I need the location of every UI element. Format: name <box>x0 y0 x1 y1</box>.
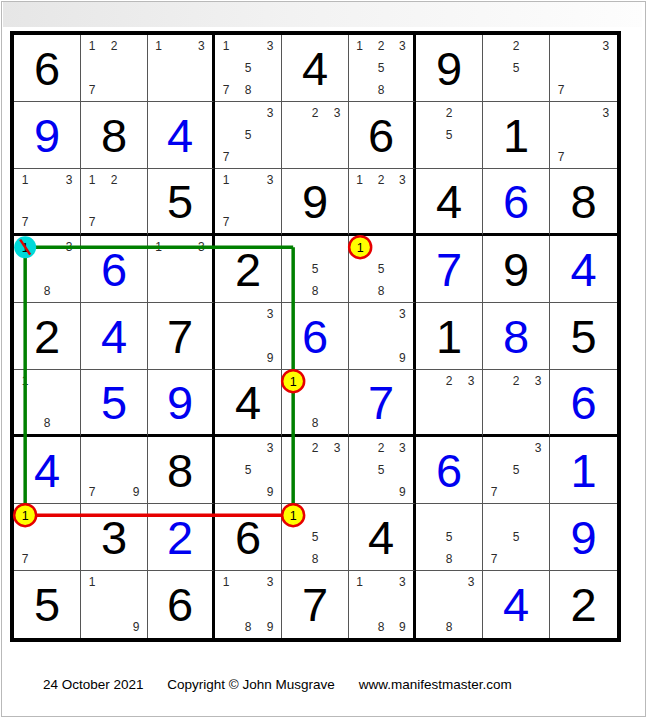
solved-digit: 1 <box>550 437 617 503</box>
solved-digit: 8 <box>483 303 549 369</box>
cell-r5c7: 1 <box>416 303 483 370</box>
cell-r6c6: 7 <box>349 370 416 437</box>
pencil-mark-3: 3 <box>58 236 80 258</box>
pencil-mark-9: 9 <box>392 347 413 369</box>
cell-r3c5: 9 <box>282 169 349 236</box>
pencil-mark-3: 3 <box>460 370 482 391</box>
pencil-mark-7: 7 <box>483 548 505 570</box>
pencil-mark-9: 9 <box>125 481 147 503</box>
page: 6127131357841235892537984357236251371371… <box>0 0 650 720</box>
cell-r4c4: 2 <box>215 236 282 303</box>
cell-r2c5: 23 <box>282 102 349 169</box>
cell-r4c9: 4 <box>550 236 617 303</box>
pencil-mark-5: 5 <box>237 57 259 79</box>
pencil-mark-9: 9 <box>259 481 281 503</box>
cell-r5c2: 4 <box>81 303 148 370</box>
cell-r8c9: 9 <box>550 504 617 571</box>
cell-r6c4: 4 <box>215 370 282 437</box>
solved-digit: 6 <box>483 169 549 233</box>
cell-r9c3: 6 <box>148 571 215 638</box>
pencil-mark-3: 3 <box>191 236 212 258</box>
given-digit: 2 <box>14 303 80 369</box>
pencil-mark-3: 3 <box>527 437 549 459</box>
cell-r6c3: 9 <box>148 370 215 437</box>
pencil-mark-5: 5 <box>438 124 460 146</box>
given-digit: 9 <box>282 169 348 233</box>
cell-r9c1: 5 <box>14 571 81 638</box>
given-digit: 5 <box>14 571 80 638</box>
cell-r2c9: 37 <box>550 102 617 169</box>
cell-r4c1: 138 <box>14 236 81 303</box>
cell-r2c6: 6 <box>349 102 416 169</box>
pencil-mark-1: 1 <box>215 571 237 593</box>
pencil-mark-3: 3 <box>527 370 549 391</box>
cell-r7c8: 357 <box>483 437 550 504</box>
cell-r9c5: 7 <box>282 571 349 638</box>
cell-r1c4: 13578 <box>215 35 282 102</box>
pencil-mark-8: 8 <box>237 616 259 638</box>
given-digit: 4 <box>416 169 482 233</box>
pencil-mark-3: 3 <box>392 303 413 325</box>
pencil-mark-8: 8 <box>438 616 460 638</box>
pencil-mark-1: 1 <box>81 169 103 190</box>
pencil-mark-5: 5 <box>370 57 391 79</box>
pencil-mark-7: 7 <box>550 146 572 168</box>
cell-r7c7: 6 <box>416 437 483 504</box>
pencil-mark-2: 2 <box>505 35 527 57</box>
cell-r2c3: 4 <box>148 102 215 169</box>
cell-r6c1: 18 <box>14 370 81 437</box>
pencil-mark-3: 3 <box>259 303 281 325</box>
given-digit: 5 <box>550 303 617 369</box>
solved-digit: 9 <box>14 102 80 168</box>
given-digit: 7 <box>282 571 348 638</box>
pencil-mark-7: 7 <box>483 481 505 503</box>
given-digit: 1 <box>416 303 482 369</box>
solved-digit: 5 <box>81 370 147 434</box>
pencil-mark-7: 7 <box>215 79 237 101</box>
cell-r4c8: 9 <box>483 236 550 303</box>
solved-digit: 6 <box>81 236 147 302</box>
header-bar <box>3 2 642 27</box>
cell-r1c1: 6 <box>14 35 81 102</box>
cell-r3c1: 137 <box>14 169 81 236</box>
pencil-mark-1: 1 <box>14 370 36 391</box>
cell-r8c4: 6 <box>215 504 282 571</box>
given-digit: 8 <box>148 437 212 503</box>
pencil-mark-9: 9 <box>392 616 413 638</box>
given-digit: 7 <box>148 303 212 369</box>
cell-r1c6: 12358 <box>349 35 416 102</box>
solved-digit: 4 <box>483 571 549 638</box>
pencil-mark-3: 3 <box>191 35 212 57</box>
cell-r5c9: 5 <box>550 303 617 370</box>
cell-r7c2: 79 <box>81 437 148 504</box>
pencil-mark-3: 3 <box>259 35 281 57</box>
pencil-mark-9: 9 <box>125 616 147 638</box>
pencil-mark-3: 3 <box>392 437 413 459</box>
cell-r6c5: 18 <box>282 370 349 437</box>
cell-r6c8: 23 <box>483 370 550 437</box>
cell-r2c8: 1 <box>483 102 550 169</box>
pencil-mark-9: 9 <box>259 616 281 638</box>
cell-r9c8: 4 <box>483 571 550 638</box>
pencil-mark-5: 5 <box>505 526 527 548</box>
cell-r3c8: 6 <box>483 169 550 236</box>
cell-r2c1: 9 <box>14 102 81 169</box>
solved-digit: 7 <box>349 370 413 434</box>
cell-r1c2: 127 <box>81 35 148 102</box>
pencil-mark-7: 7 <box>215 146 237 168</box>
solved-digit: 6 <box>550 370 617 434</box>
cell-r7c5: 23 <box>282 437 349 504</box>
pencil-mark-3: 3 <box>259 102 281 124</box>
cell-r6c2: 5 <box>81 370 148 437</box>
pencil-mark-7: 7 <box>81 79 103 101</box>
pencil-mark-2: 2 <box>304 437 326 459</box>
cell-r2c7: 25 <box>416 102 483 169</box>
pencil-mark-7: 7 <box>14 548 36 570</box>
pencil-mark-8: 8 <box>370 616 391 638</box>
given-digit: 6 <box>349 102 413 168</box>
pencil-mark-3: 3 <box>326 102 348 124</box>
given-digit: 4 <box>282 35 348 101</box>
pencil-mark-2: 2 <box>438 102 460 124</box>
cell-r5c5: 6 <box>282 303 349 370</box>
pencil-mark-8: 8 <box>370 280 391 302</box>
cell-r4c3: 13 <box>148 236 215 303</box>
pencil-mark-3: 3 <box>58 169 80 190</box>
pencil-mark-2: 2 <box>103 35 125 57</box>
pencil-mark-2: 2 <box>438 370 460 391</box>
cell-r5c3: 7 <box>148 303 215 370</box>
given-digit: 2 <box>215 236 281 302</box>
given-digit: 9 <box>483 236 549 302</box>
pencil-mark-3: 3 <box>259 437 281 459</box>
cell-r1c3: 13 <box>148 35 215 102</box>
cell-r1c5: 4 <box>282 35 349 102</box>
given-digit: 8 <box>81 102 147 168</box>
cell-r4c7: 7 <box>416 236 483 303</box>
solved-digit: 4 <box>14 437 80 503</box>
cell-r8c8: 57 <box>483 504 550 571</box>
cell-r5c4: 39 <box>215 303 282 370</box>
sudoku-board: 6127131357841235892537984357236251371371… <box>10 31 621 642</box>
cell-r5c8: 8 <box>483 303 550 370</box>
pencil-mark-1: 1 <box>349 35 370 57</box>
cell-r4c5: 58 <box>282 236 349 303</box>
pencil-mark-3: 3 <box>259 571 281 593</box>
pencil-mark-3: 3 <box>259 169 281 190</box>
solved-digit: 6 <box>416 437 482 503</box>
pencil-mark-3: 3 <box>392 571 413 593</box>
given-digit: 8 <box>550 169 617 233</box>
pencil-mark-2: 2 <box>370 35 391 57</box>
cell-r4c6: 158 <box>349 236 416 303</box>
pencil-mark-8: 8 <box>304 280 326 302</box>
pencil-mark-8: 8 <box>370 79 391 101</box>
pencil-mark-3: 3 <box>460 571 482 593</box>
cell-r1c8: 25 <box>483 35 550 102</box>
pencil-mark-8: 8 <box>304 548 326 570</box>
pencil-mark-1: 1 <box>349 169 370 190</box>
cell-r5c6: 39 <box>349 303 416 370</box>
pencil-mark-9: 9 <box>392 481 413 503</box>
given-digit: 4 <box>349 504 413 570</box>
footer-date: 24 October 2021 <box>43 677 144 692</box>
pencil-mark-1: 1 <box>14 169 36 190</box>
cell-r1c9: 37 <box>550 35 617 102</box>
pencil-mark-5: 5 <box>237 459 259 481</box>
given-digit: 6 <box>215 504 281 570</box>
pencil-mark-3: 3 <box>595 102 617 124</box>
cell-r6c9: 6 <box>550 370 617 437</box>
pencil-mark-3: 3 <box>326 437 348 459</box>
pencil-mark-5: 5 <box>237 124 259 146</box>
pencil-mark-5: 5 <box>505 459 527 481</box>
cell-r8c6: 4 <box>349 504 416 571</box>
cell-r7c9: 1 <box>550 437 617 504</box>
pencil-mark-2: 2 <box>505 370 527 391</box>
given-digit: 4 <box>215 370 281 434</box>
pencil-mark-2: 2 <box>304 102 326 124</box>
pencil-mark-8: 8 <box>237 79 259 101</box>
pencil-mark-1: 1 <box>148 35 169 57</box>
footer-website: www.manifestmaster.com <box>359 677 512 692</box>
pencil-mark-1: 1 <box>81 571 103 593</box>
cell-r6c7: 23 <box>416 370 483 437</box>
cell-r8c3: 2 <box>148 504 215 571</box>
pencil-mark-8: 8 <box>36 280 58 302</box>
cell-r3c7: 4 <box>416 169 483 236</box>
given-digit: 3 <box>81 504 147 570</box>
pencil-mark-8: 8 <box>304 413 326 434</box>
pencil-mark-7: 7 <box>81 481 103 503</box>
pencil-mark-8: 8 <box>438 548 460 570</box>
pencil-mark-1: 1 <box>215 169 237 190</box>
pencil-mark-1: 1 <box>215 35 237 57</box>
cell-r9c9: 2 <box>550 571 617 638</box>
pencil-mark-7: 7 <box>14 212 36 233</box>
cell-r3c4: 137 <box>215 169 282 236</box>
pencil-mark-9: 9 <box>259 347 281 369</box>
given-digit: 1 <box>483 102 549 168</box>
cell-r7c1: 4 <box>14 437 81 504</box>
pencil-mark-3: 3 <box>595 35 617 57</box>
pencil-mark-1: 1 <box>81 35 103 57</box>
solved-digit: 6 <box>282 303 348 369</box>
solved-digit: 9 <box>148 370 212 434</box>
pencil-mark-5: 5 <box>304 258 326 280</box>
solved-digit: 4 <box>550 236 617 302</box>
cell-r1c7: 9 <box>416 35 483 102</box>
pencil-mark-5: 5 <box>370 258 391 280</box>
cell-r3c2: 127 <box>81 169 148 236</box>
cell-r5c1: 2 <box>14 303 81 370</box>
pencil-mark-5: 5 <box>505 57 527 79</box>
pencil-mark-7: 7 <box>81 212 103 233</box>
cell-r9c6: 1389 <box>349 571 416 638</box>
pencil-mark-5: 5 <box>304 526 326 548</box>
cell-r7c6: 2359 <box>349 437 416 504</box>
cell-r7c3: 8 <box>148 437 215 504</box>
cell-r4c2: 6 <box>81 236 148 303</box>
pencil-mark-5: 5 <box>370 459 391 481</box>
solved-digit: 7 <box>416 236 482 302</box>
solved-digit: 2 <box>148 504 212 570</box>
pencil-mark-5: 5 <box>438 526 460 548</box>
given-digit: 9 <box>416 35 482 101</box>
given-digit: 5 <box>148 169 212 233</box>
cell-r2c2: 8 <box>81 102 148 169</box>
cell-r8c2: 3 <box>81 504 148 571</box>
pencil-mark-7: 7 <box>550 79 572 101</box>
solved-digit: 4 <box>148 102 212 168</box>
cell-r2c4: 357 <box>215 102 282 169</box>
cell-r8c1: 17 <box>14 504 81 571</box>
pencil-mark-8: 8 <box>36 413 58 434</box>
given-digit: 6 <box>14 35 80 101</box>
given-digit: 6 <box>148 571 212 638</box>
solved-digit: 4 <box>81 303 147 369</box>
pencil-mark-3: 3 <box>392 169 413 190</box>
pencil-mark-2: 2 <box>103 169 125 190</box>
cell-r3c3: 5 <box>148 169 215 236</box>
solved-digit: 9 <box>550 504 617 570</box>
pencil-mark-2: 2 <box>370 169 391 190</box>
cell-r8c5: 158 <box>282 504 349 571</box>
pencil-mark-2: 2 <box>370 437 391 459</box>
given-digit: 2 <box>550 571 617 638</box>
pencil-mark-3: 3 <box>392 35 413 57</box>
cell-r9c7: 38 <box>416 571 483 638</box>
cell-r7c4: 359 <box>215 437 282 504</box>
cell-r9c2: 19 <box>81 571 148 638</box>
cell-r9c4: 1389 <box>215 571 282 638</box>
cell-r3c6: 123 <box>349 169 416 236</box>
footer-copyright: Copyright © John Musgrave <box>167 677 335 692</box>
pencil-mark-1: 1 <box>349 571 370 593</box>
cell-r3c9: 8 <box>550 169 617 236</box>
pencil-mark-7: 7 <box>215 212 237 233</box>
pencil-mark-1: 1 <box>148 236 169 258</box>
cell-r8c7: 58 <box>416 504 483 571</box>
footer: 24 October 2021 Copyright © John Musgrav… <box>43 677 512 692</box>
